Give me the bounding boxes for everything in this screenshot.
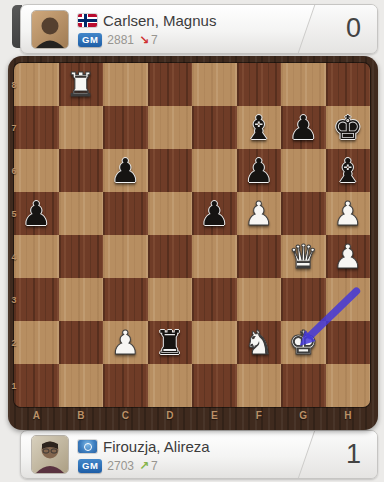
piece-black-king-h7[interactable]: ♚ <box>333 111 363 144</box>
file-label-g: G <box>281 410 326 428</box>
square-b6[interactable] <box>59 149 104 192</box>
file-label-d: D <box>148 410 193 428</box>
square-e3[interactable] <box>192 278 237 321</box>
board-grid: ♜♝♟♚♟♟♝♟♟♟♟♛♟♟♜♞♚ <box>14 63 370 407</box>
rank-label-3: 3 <box>8 295 20 305</box>
rank-label-7: 7 <box>8 123 20 133</box>
square-a3[interactable] <box>14 278 59 321</box>
piece-black-bishop-h6[interactable]: ♝ <box>333 154 363 187</box>
square-a4[interactable] <box>14 235 59 278</box>
piece-black-rook-d2[interactable]: ♜ <box>155 326 185 359</box>
square-b7[interactable] <box>59 106 104 149</box>
piece-white-knight-f2[interactable]: ♞ <box>244 326 274 359</box>
square-h8[interactable] <box>326 63 371 106</box>
square-h6[interactable]: ♝ <box>326 149 371 192</box>
square-c3[interactable] <box>103 278 148 321</box>
norway-flag-icon <box>78 14 97 27</box>
square-a1[interactable] <box>14 364 59 407</box>
player-avatar <box>31 10 69 49</box>
piece-white-king-g2[interactable]: ♚ <box>288 326 318 359</box>
square-c2[interactable]: ♟ <box>103 321 148 364</box>
file-label-e: E <box>192 410 237 428</box>
square-g3[interactable] <box>281 278 326 321</box>
piece-white-pawn-h5[interactable]: ♟ <box>333 197 363 230</box>
piece-white-rook-b8[interactable]: ♜ <box>66 68 96 101</box>
rank-label-1: 1 <box>8 381 20 391</box>
square-d8[interactable] <box>148 63 193 106</box>
square-c4[interactable] <box>103 235 148 278</box>
player-avatar <box>31 435 69 474</box>
square-d3[interactable] <box>148 278 193 321</box>
square-f2[interactable]: ♞ <box>237 321 282 364</box>
piece-black-pawn-a5[interactable]: ♟ <box>21 197 51 230</box>
rating-up-arrow-icon: ↗ <box>139 459 149 473</box>
rating-down-arrow-icon: ↘ <box>139 33 149 47</box>
rank-label-4: 4 <box>8 252 20 262</box>
rank-label-8: 8 <box>8 80 20 90</box>
square-d6[interactable] <box>148 149 193 192</box>
square-h5[interactable]: ♟ <box>326 192 371 235</box>
square-f8[interactable] <box>237 63 282 106</box>
match-score: 0 <box>346 13 361 44</box>
square-f4[interactable] <box>237 235 282 278</box>
piece-black-pawn-f6[interactable]: ♟ <box>244 154 274 187</box>
piece-white-pawn-f5[interactable]: ♟ <box>244 197 274 230</box>
square-c8[interactable] <box>103 63 148 106</box>
square-a6[interactable] <box>14 149 59 192</box>
file-label-h: H <box>326 410 371 428</box>
square-f5[interactable]: ♟ <box>237 192 282 235</box>
square-e7[interactable] <box>192 106 237 149</box>
square-d1[interactable] <box>148 364 193 407</box>
square-d5[interactable] <box>148 192 193 235</box>
square-b1[interactable] <box>59 364 104 407</box>
gm-title-badge: GM <box>78 459 102 473</box>
score-wedge <box>297 4 378 54</box>
square-h2[interactable] <box>326 321 371 364</box>
square-g2[interactable]: ♚ <box>281 321 326 364</box>
square-h1[interactable] <box>326 364 371 407</box>
square-e2[interactable] <box>192 321 237 364</box>
square-e6[interactable] <box>192 149 237 192</box>
square-g7[interactable]: ♟ <box>281 106 326 149</box>
square-a7[interactable] <box>14 106 59 149</box>
player-rating: 2881 <box>107 33 134 47</box>
piece-black-bishop-f7[interactable]: ♝ <box>244 111 274 144</box>
player-card-top[interactable]: Carlsen, Magnus GM 2881 ↘ 7 0 <box>20 4 378 54</box>
file-label-a: A <box>14 410 59 428</box>
square-d4[interactable] <box>148 235 193 278</box>
square-h7[interactable]: ♚ <box>326 106 371 149</box>
square-f7[interactable]: ♝ <box>237 106 282 149</box>
square-b8[interactable]: ♜ <box>59 63 104 106</box>
piece-white-pawn-h4[interactable]: ♟ <box>333 240 363 273</box>
square-c5[interactable] <box>103 192 148 235</box>
rank-label-6: 6 <box>8 166 20 176</box>
square-d7[interactable] <box>148 106 193 149</box>
square-d2[interactable]: ♜ <box>148 321 193 364</box>
square-g4[interactable]: ♛ <box>281 235 326 278</box>
square-f6[interactable]: ♟ <box>237 149 282 192</box>
square-g1[interactable] <box>281 364 326 407</box>
piece-white-queen-g4[interactable]: ♛ <box>288 240 318 273</box>
rank-label-5: 5 <box>8 209 20 219</box>
square-c1[interactable] <box>103 364 148 407</box>
fide-flag-icon <box>78 440 97 453</box>
rating-change: 7 <box>151 33 158 47</box>
square-g5[interactable] <box>281 192 326 235</box>
gm-title-badge: GM <box>78 33 102 47</box>
file-label-f: F <box>237 410 282 428</box>
square-e5[interactable]: ♟ <box>192 192 237 235</box>
square-f3[interactable] <box>237 278 282 321</box>
match-score: 1 <box>346 438 361 469</box>
player-name: Firouzja, Alireza <box>103 438 210 455</box>
square-a8[interactable] <box>14 63 59 106</box>
piece-black-pawn-c6[interactable]: ♟ <box>110 154 140 187</box>
player-rating: 2703 <box>107 459 134 473</box>
square-h3[interactable] <box>326 278 371 321</box>
square-e4[interactable] <box>192 235 237 278</box>
piece-black-pawn-e5[interactable]: ♟ <box>199 197 229 230</box>
rank-label-2: 2 <box>8 338 20 348</box>
square-b4[interactable] <box>59 235 104 278</box>
piece-black-pawn-g7[interactable]: ♟ <box>288 111 318 144</box>
square-a5[interactable]: ♟ <box>14 192 59 235</box>
rating-change: 7 <box>151 459 158 473</box>
square-f1[interactable] <box>237 364 282 407</box>
square-c6[interactable]: ♟ <box>103 149 148 192</box>
square-b5[interactable] <box>59 192 104 235</box>
score-wedge <box>297 430 378 479</box>
file-label-b: B <box>59 410 104 428</box>
square-g6[interactable] <box>281 149 326 192</box>
player-card-bottom[interactable]: Firouzja, Alireza GM 2703 ↗ 7 1 <box>20 430 378 479</box>
square-e8[interactable] <box>192 63 237 106</box>
file-label-c: C <box>103 410 148 428</box>
piece-white-pawn-c2[interactable]: ♟ <box>110 326 140 359</box>
square-c7[interactable] <box>103 106 148 149</box>
square-e1[interactable] <box>192 364 237 407</box>
square-a2[interactable] <box>14 321 59 364</box>
chess-board: ♜♝♟♚♟♟♝♟♟♟♟♛♟♟♜♞♚ 87654321ABCDEFGH <box>8 56 378 430</box>
square-h4[interactable]: ♟ <box>326 235 371 278</box>
square-b2[interactable] <box>59 321 104 364</box>
square-b3[interactable] <box>59 278 104 321</box>
player-name: Carlsen, Magnus <box>103 12 216 29</box>
square-g8[interactable] <box>281 63 326 106</box>
